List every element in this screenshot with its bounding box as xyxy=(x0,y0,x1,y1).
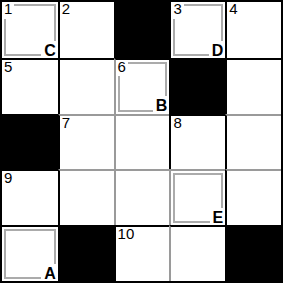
cell-r0c4[interactable]: 4 xyxy=(225,2,281,58)
cell-r1c3-black xyxy=(169,58,225,114)
cell-r2c1[interactable]: 7 xyxy=(58,114,114,170)
marker-letter: E xyxy=(210,208,225,225)
cell-r1c1[interactable] xyxy=(58,58,114,114)
clue-number: 8 xyxy=(172,114,183,133)
clue-number: 6 xyxy=(117,58,128,77)
cell-r3c1[interactable] xyxy=(58,169,114,225)
cell-r2c2[interactable] xyxy=(114,114,170,170)
clue-number: 5 xyxy=(3,58,14,77)
cell-r1c4[interactable] xyxy=(225,58,281,114)
clue-number: 3 xyxy=(172,2,183,19)
cell-r0c0[interactable]: 1C xyxy=(2,2,58,58)
cell-r3c4[interactable] xyxy=(225,169,281,225)
cell-r4c0[interactable]: A xyxy=(2,225,58,281)
cell-r0c1[interactable]: 2 xyxy=(58,2,114,58)
cell-r2c3[interactable]: 8 xyxy=(169,114,225,170)
clue-number: 2 xyxy=(61,2,72,19)
cell-r4c2[interactable]: 10 xyxy=(114,225,170,281)
cell-r0c2-black xyxy=(114,2,170,58)
crossword-grid: 1C23D456B789EA10 xyxy=(0,0,283,283)
cell-r2c4[interactable] xyxy=(225,114,281,170)
clue-number: 10 xyxy=(117,225,137,244)
cell-r1c0[interactable]: 5 xyxy=(2,58,58,114)
cell-r4c3[interactable] xyxy=(169,225,225,281)
cell-r3c0[interactable]: 9 xyxy=(2,169,58,225)
marker-letter: D xyxy=(209,41,225,58)
marker-letter: C xyxy=(41,41,57,58)
cell-r3c2[interactable] xyxy=(114,169,170,225)
cell-r2c0-black xyxy=(2,114,58,170)
cell-r3c3[interactable]: E xyxy=(169,169,225,225)
clue-number: 4 xyxy=(228,2,239,19)
clue-number: 9 xyxy=(3,169,14,188)
cell-r1c2[interactable]: 6B xyxy=(114,58,170,114)
marker-letter: B xyxy=(153,96,169,113)
cell-r0c3[interactable]: 3D xyxy=(169,2,225,58)
clue-number: 1 xyxy=(3,2,14,19)
cell-r4c4-black xyxy=(225,225,281,281)
marker-letter: A xyxy=(41,264,57,281)
cell-r4c1-black xyxy=(58,225,114,281)
clue-number: 7 xyxy=(61,114,72,133)
